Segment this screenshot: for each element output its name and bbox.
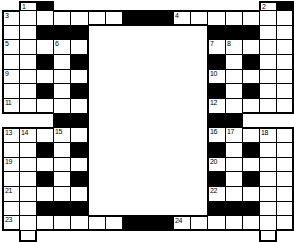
grid-cell[interactable]: [242, 98, 260, 114]
grid-cell[interactable]: [259, 230, 277, 242]
black-cell: [225, 25, 243, 40]
black-cell: [36, 142, 54, 158]
grid-cell[interactable]: [190, 215, 208, 231]
grid-cell[interactable]: [19, 201, 37, 216]
grid-cell[interactable]: [19, 157, 37, 172]
black-cell: [156, 215, 174, 231]
black-cell: [207, 25, 226, 40]
grid-cell[interactable]: [2, 142, 20, 158]
grid-cell[interactable]: [2, 171, 20, 187]
black-cell: [36, 25, 54, 40]
black-cell: [36, 171, 54, 187]
clue-number: 10: [210, 70, 217, 78]
grid-cell[interactable]: [70, 98, 89, 114]
grid-cell[interactable]: [259, 25, 277, 40]
grid-cell[interactable]: 5: [2, 39, 20, 55]
grid-cell[interactable]: [242, 127, 260, 143]
grid-cell[interactable]: [36, 10, 54, 26]
black-cell: [225, 113, 243, 128]
grid-cell[interactable]: 13: [2, 127, 20, 143]
clue-number: 4: [175, 12, 178, 20]
black-cell: [36, 201, 54, 216]
grid-cell[interactable]: [19, 25, 37, 40]
clue-number: 3: [5, 12, 8, 20]
grid-cell[interactable]: 4: [173, 10, 191, 26]
clue-number: 16: [210, 128, 217, 136]
grid-cell[interactable]: [70, 215, 89, 231]
clue-number: 14: [21, 129, 28, 137]
black-cell: [242, 142, 260, 158]
grid-cell[interactable]: [259, 83, 277, 99]
grid-cell[interactable]: [19, 215, 37, 231]
grid-cell[interactable]: [259, 10, 277, 26]
grid-cell[interactable]: 12: [207, 98, 226, 114]
grid-cell[interactable]: [53, 142, 71, 158]
black-cell: [36, 83, 54, 99]
grid-cell[interactable]: [242, 157, 260, 172]
grid-cell[interactable]: [225, 69, 243, 84]
grid-cell[interactable]: [36, 186, 54, 202]
black-cell: [242, 25, 260, 40]
black-cell: [207, 113, 226, 128]
clue-number: 17: [227, 128, 234, 136]
grid-cell[interactable]: [259, 201, 277, 216]
black-cell: [70, 171, 89, 187]
grid-cell[interactable]: 3: [2, 10, 20, 26]
black-cell: [53, 113, 71, 128]
black-cell: [207, 201, 226, 216]
clue-number: 11: [5, 99, 11, 107]
clue-number: 6: [55, 40, 58, 48]
grid-cell[interactable]: [225, 83, 243, 99]
grid-cell[interactable]: 8: [225, 39, 243, 55]
grid-cell[interactable]: [259, 157, 277, 172]
grid-cell[interactable]: [225, 157, 243, 172]
grid-cell[interactable]: [53, 98, 71, 114]
grid-cell[interactable]: [19, 54, 37, 70]
grid-cell[interactable]: [53, 54, 71, 70]
grid-cell[interactable]: [207, 215, 226, 231]
grid-cell[interactable]: 11: [2, 98, 20, 114]
grid-cell[interactable]: [276, 10, 294, 26]
grid-cell[interactable]: [53, 83, 71, 99]
grid-cell[interactable]: [36, 98, 54, 114]
grid-cell[interactable]: 9: [2, 69, 20, 84]
grid-cell[interactable]: [70, 69, 89, 84]
black-cell: [122, 215, 140, 231]
clue-number: 24: [175, 217, 182, 225]
black-cell: [139, 10, 157, 26]
grid-cell[interactable]: [2, 201, 20, 216]
grid-cell[interactable]: [19, 142, 37, 158]
clue-number: 8: [227, 40, 230, 48]
clue-number: 15: [55, 128, 62, 136]
grid-cell[interactable]: [259, 171, 277, 187]
grid-cell[interactable]: [259, 39, 277, 55]
black-cell: [70, 142, 89, 158]
grid-cell[interactable]: [53, 186, 71, 202]
black-cell: [242, 201, 260, 216]
grid-cell[interactable]: [2, 25, 20, 40]
black-cell: [207, 54, 226, 70]
grid-cell[interactable]: [207, 10, 226, 26]
grid-cell[interactable]: [276, 157, 294, 172]
black-cell: [70, 25, 89, 40]
grid-cell[interactable]: [276, 142, 294, 158]
grid-cell[interactable]: [88, 10, 106, 26]
grid-cell[interactable]: [259, 98, 277, 114]
black-cell: [53, 201, 71, 216]
grid-cell[interactable]: [53, 171, 71, 187]
grid-cell[interactable]: [105, 10, 123, 26]
grid-cell[interactable]: [70, 127, 89, 143]
clue-number: 12: [210, 99, 217, 107]
black-cell: [207, 171, 226, 187]
grid-cell[interactable]: [276, 201, 294, 216]
grid-cell[interactable]: [225, 10, 243, 26]
black-cell: [70, 54, 89, 70]
clue-number: 18: [261, 129, 268, 137]
black-cell: [70, 83, 89, 99]
grid-cell[interactable]: [19, 230, 37, 242]
grid-cell[interactable]: [70, 157, 89, 172]
grid-cell[interactable]: 17: [225, 127, 243, 143]
grid-cell[interactable]: 21: [2, 186, 20, 202]
grid-cell[interactable]: 16: [207, 127, 226, 143]
grid-cell[interactable]: [259, 142, 277, 158]
grid-cell[interactable]: [19, 98, 37, 114]
grid-cell[interactable]: [36, 69, 54, 84]
grid-cell[interactable]: [53, 157, 71, 172]
black-cell: [242, 83, 260, 99]
grid-cell[interactable]: [259, 186, 277, 202]
grid-cell[interactable]: [276, 69, 294, 84]
grid-cell[interactable]: [225, 171, 243, 187]
black-cell: [70, 113, 89, 128]
grid-cell[interactable]: [276, 127, 294, 143]
grid-cell[interactable]: 24: [173, 215, 191, 231]
black-cell: [70, 201, 89, 216]
grid-cell[interactable]: [70, 39, 89, 55]
grid-cell[interactable]: [225, 186, 243, 202]
grid-cell[interactable]: [225, 142, 243, 158]
grid-cell[interactable]: 15: [53, 127, 71, 143]
clue-number: 22: [210, 187, 217, 195]
grid-cell[interactable]: [2, 54, 20, 70]
grid-cell[interactable]: [53, 69, 71, 84]
grid-cell[interactable]: 22: [207, 186, 226, 202]
black-cell: [156, 10, 174, 26]
black-cell: [225, 201, 243, 216]
grid-cell[interactable]: 23: [2, 215, 20, 231]
black-cell: [122, 10, 140, 26]
grid-cell[interactable]: [19, 39, 37, 55]
clue-number: 19: [5, 158, 12, 166]
grid-cell[interactable]: [259, 215, 277, 231]
grid-cell[interactable]: [36, 215, 54, 231]
grid-cell[interactable]: [242, 39, 260, 55]
grid-cell[interactable]: [36, 39, 54, 55]
grid-cell[interactable]: [276, 215, 294, 231]
grid-cell[interactable]: [19, 186, 37, 202]
grid-cell[interactable]: 18: [259, 127, 277, 143]
black-cell: [207, 83, 226, 99]
grid-cell[interactable]: [36, 157, 54, 172]
grid-cell[interactable]: [70, 10, 89, 26]
grid-cell[interactable]: [242, 186, 260, 202]
clue-number: 5: [5, 40, 8, 48]
black-cell: [53, 25, 71, 40]
clue-number: 9: [5, 70, 8, 78]
grid-cell[interactable]: [276, 171, 294, 187]
grid-cell[interactable]: [276, 25, 294, 40]
black-cell: [139, 215, 157, 231]
grid-cell[interactable]: [225, 215, 243, 231]
grid-cell[interactable]: [2, 83, 20, 99]
grid-cell[interactable]: [19, 69, 37, 84]
black-cell: [242, 171, 260, 187]
grid-cell[interactable]: [225, 98, 243, 114]
grid-cell[interactable]: 20: [207, 157, 226, 172]
grid-cell[interactable]: [242, 10, 260, 26]
black-cell: [242, 54, 260, 70]
grid-cell[interactable]: 14: [19, 127, 37, 143]
grid-cell[interactable]: [53, 215, 71, 231]
clue-number: 13: [5, 129, 12, 137]
black-cell: [207, 142, 226, 158]
grid-cell[interactable]: [259, 69, 277, 84]
grid-cell[interactable]: 7: [207, 39, 226, 55]
grid-cell[interactable]: [276, 39, 294, 55]
grid-cell[interactable]: [19, 83, 37, 99]
grid-cell[interactable]: [88, 215, 106, 231]
grid-cell[interactable]: [225, 54, 243, 70]
grid-cell[interactable]: [70, 186, 89, 202]
grid-cell[interactable]: [276, 98, 294, 114]
clue-number: 20: [210, 158, 217, 166]
grid-cell[interactable]: [276, 54, 294, 70]
grid-cell[interactable]: [242, 69, 260, 84]
grid-cell[interactable]: [242, 215, 260, 231]
clue-number: 21: [5, 187, 12, 195]
clue-number: 23: [5, 216, 12, 224]
grid-cell[interactable]: 6: [53, 39, 71, 55]
grid-cell[interactable]: [19, 171, 37, 187]
grid-cell[interactable]: [190, 10, 208, 26]
clue-number: 7: [210, 40, 213, 48]
crossword-grid: 123456789101112131415161718192021222324: [0, 0, 294, 242]
grid-cell[interactable]: [276, 186, 294, 202]
grid-cell[interactable]: [36, 127, 54, 143]
grid-cell[interactable]: 19: [2, 157, 20, 172]
grid-cell[interactable]: 10: [207, 69, 226, 84]
grid-cell[interactable]: [53, 10, 71, 26]
grid-cell[interactable]: [259, 54, 277, 70]
grid-cell[interactable]: [276, 83, 294, 99]
black-cell: [36, 54, 54, 70]
grid-cell[interactable]: [105, 215, 123, 231]
grid-cell[interactable]: [19, 10, 37, 26]
